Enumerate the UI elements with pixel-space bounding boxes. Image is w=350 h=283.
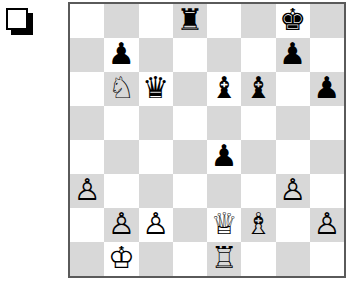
square-h2[interactable]: ♙: [310, 208, 344, 242]
white-knight[interactable]: ♘: [108, 72, 135, 105]
square-a5[interactable]: [70, 106, 104, 140]
square-g6[interactable]: [276, 72, 310, 106]
chess-board: ♜♚♟♟♘♛♝♝♟♟♙♙♙♙♕♗♙♔♖: [68, 2, 346, 278]
square-a6[interactable]: [70, 72, 104, 106]
square-f5[interactable]: [241, 106, 275, 140]
square-a7[interactable]: [70, 38, 104, 72]
square-h8[interactable]: [310, 4, 344, 38]
square-e6[interactable]: ♝: [207, 72, 241, 106]
square-a4[interactable]: [70, 140, 104, 174]
square-b1[interactable]: ♔: [104, 242, 138, 276]
square-c8[interactable]: [139, 4, 173, 38]
square-g7[interactable]: ♟: [276, 38, 310, 72]
square-b2[interactable]: ♙: [104, 208, 138, 242]
square-c2[interactable]: ♙: [139, 208, 173, 242]
square-b3[interactable]: [104, 174, 138, 208]
square-d2[interactable]: [173, 208, 207, 242]
white-pawn[interactable]: ♙: [313, 208, 340, 241]
black-queen[interactable]: ♛: [142, 72, 169, 105]
square-g1[interactable]: [276, 242, 310, 276]
square-e8[interactable]: [207, 4, 241, 38]
black-pawn[interactable]: ♟: [313, 72, 340, 105]
square-f2[interactable]: ♗: [241, 208, 275, 242]
square-h7[interactable]: [310, 38, 344, 72]
square-d3[interactable]: [173, 174, 207, 208]
black-bishop[interactable]: ♝: [245, 72, 272, 105]
square-f1[interactable]: [241, 242, 275, 276]
square-a8[interactable]: [70, 4, 104, 38]
square-f4[interactable]: [241, 140, 275, 174]
square-c3[interactable]: [139, 174, 173, 208]
square-f7[interactable]: [241, 38, 275, 72]
square-e7[interactable]: [207, 38, 241, 72]
black-pawn[interactable]: ♟: [108, 38, 135, 71]
square-g4[interactable]: [276, 140, 310, 174]
square-c4[interactable]: [139, 140, 173, 174]
square-g5[interactable]: [276, 106, 310, 140]
side-to-move-indicator: [6, 8, 34, 36]
side-to-move-white-square: [6, 8, 28, 30]
white-pawn[interactable]: ♙: [279, 174, 306, 207]
square-c7[interactable]: [139, 38, 173, 72]
square-d6[interactable]: [173, 72, 207, 106]
square-g2[interactable]: [276, 208, 310, 242]
square-d5[interactable]: [173, 106, 207, 140]
square-b8[interactable]: [104, 4, 138, 38]
square-a1[interactable]: [70, 242, 104, 276]
square-h4[interactable]: [310, 140, 344, 174]
square-b6[interactable]: ♘: [104, 72, 138, 106]
square-a3[interactable]: ♙: [70, 174, 104, 208]
white-bishop[interactable]: ♗: [245, 208, 272, 241]
square-e1[interactable]: ♖: [207, 242, 241, 276]
white-king[interactable]: ♔: [108, 242, 135, 275]
square-b4[interactable]: [104, 140, 138, 174]
square-c5[interactable]: [139, 106, 173, 140]
square-d4[interactable]: [173, 140, 207, 174]
white-queen[interactable]: ♕: [211, 208, 238, 241]
white-pawn[interactable]: ♙: [108, 208, 135, 241]
square-b5[interactable]: [104, 106, 138, 140]
white-rook[interactable]: ♖: [211, 242, 238, 275]
square-h3[interactable]: [310, 174, 344, 208]
square-c6[interactable]: ♛: [139, 72, 173, 106]
square-h5[interactable]: [310, 106, 344, 140]
square-e3[interactable]: [207, 174, 241, 208]
square-f3[interactable]: [241, 174, 275, 208]
square-h1[interactable]: [310, 242, 344, 276]
square-g8[interactable]: ♚: [276, 4, 310, 38]
square-d8[interactable]: ♜: [173, 4, 207, 38]
square-f8[interactable]: [241, 4, 275, 38]
square-e4[interactable]: ♟: [207, 140, 241, 174]
square-b7[interactable]: ♟: [104, 38, 138, 72]
square-h6[interactable]: ♟: [310, 72, 344, 106]
chess-diagram: ♜♚♟♟♘♛♝♝♟♟♙♙♙♙♕♗♙♔♖: [0, 0, 350, 283]
black-bishop[interactable]: ♝: [211, 72, 238, 105]
square-d1[interactable]: [173, 242, 207, 276]
square-e5[interactable]: [207, 106, 241, 140]
square-a2[interactable]: [70, 208, 104, 242]
square-e2[interactable]: ♕: [207, 208, 241, 242]
black-king[interactable]: ♚: [279, 4, 306, 37]
square-c1[interactable]: [139, 242, 173, 276]
square-g3[interactable]: ♙: [276, 174, 310, 208]
white-pawn[interactable]: ♙: [142, 208, 169, 241]
black-pawn[interactable]: ♟: [279, 38, 306, 71]
black-rook[interactable]: ♜: [176, 4, 203, 37]
white-pawn[interactable]: ♙: [74, 174, 101, 207]
square-d7[interactable]: [173, 38, 207, 72]
square-f6[interactable]: ♝: [241, 72, 275, 106]
black-pawn[interactable]: ♟: [211, 140, 238, 173]
